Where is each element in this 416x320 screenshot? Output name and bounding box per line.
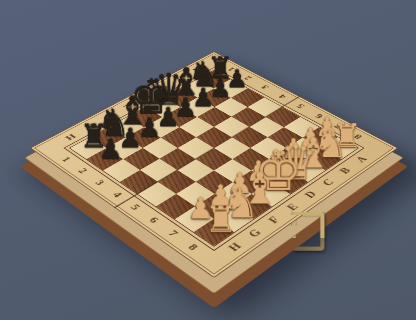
- photo-background: HGFEDCBA HGFEDCBA 12345678 12345678 ♜♞♝♚…: [0, 0, 416, 320]
- chess-board: HGFEDCBA HGFEDCBA 12345678 12345678 ♜♞♝♚…: [30, 51, 398, 277]
- piece-white-rook-h8: ♜: [205, 201, 237, 237]
- piece-black-pawn-h2: ♟: [98, 136, 122, 163]
